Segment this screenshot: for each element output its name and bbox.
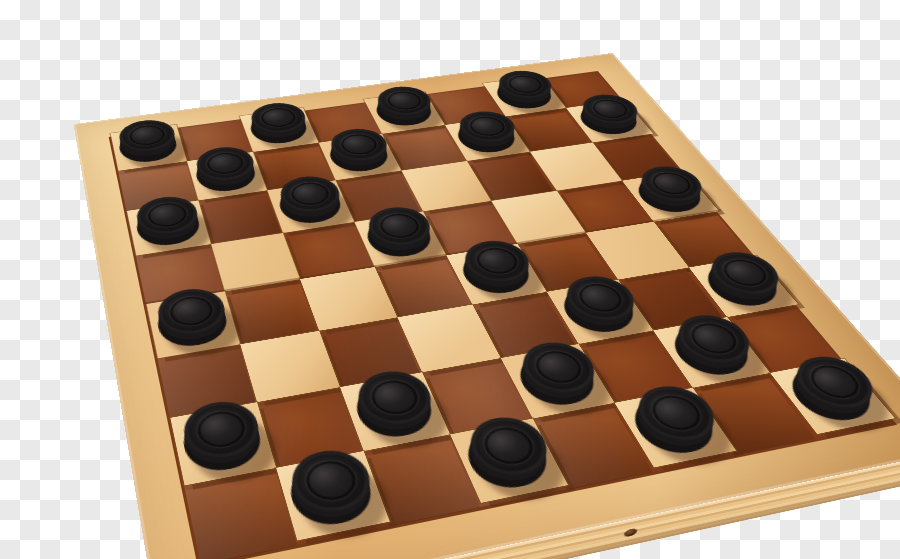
black-piece-e7[interactable] [511, 351, 603, 411]
black-piece-c7[interactable] [350, 379, 439, 442]
black-piece-f6[interactable] [556, 285, 643, 338]
black-piece-b2[interactable] [194, 156, 260, 196]
black-piece-h2[interactable] [573, 103, 644, 138]
clasp-hole [623, 528, 637, 538]
black-piece-f2[interactable] [452, 120, 522, 156]
black-piece-e1[interactable] [371, 95, 436, 129]
black-piece-a5[interactable] [155, 297, 231, 351]
black-piece-a3[interactable] [134, 205, 202, 249]
square-d4[interactable] [354, 211, 447, 267]
screenshot-canvas [0, 0, 900, 559]
square-b2[interactable] [186, 152, 267, 201]
black-piece-e5[interactable] [455, 249, 536, 298]
board-grid [109, 71, 898, 559]
black-piece-b8[interactable] [286, 458, 379, 531]
black-piece-a1[interactable] [117, 129, 179, 166]
black-piece-a7[interactable] [180, 410, 265, 477]
square-a7[interactable] [170, 402, 275, 485]
black-piece-d2[interactable] [326, 138, 394, 176]
checkers-board [74, 53, 900, 559]
square-b6[interactable] [239, 330, 340, 402]
square-a3[interactable] [127, 200, 211, 255]
black-piece-c1[interactable] [247, 112, 311, 148]
board-scene [168, 0, 724, 538]
black-piece-f8[interactable] [625, 394, 725, 459]
black-piece-d4[interactable] [362, 216, 437, 262]
square-a1[interactable] [111, 125, 187, 171]
square-h8[interactable] [769, 358, 895, 434]
black-piece-c3[interactable] [275, 185, 345, 227]
black-piece-g1[interactable] [490, 79, 557, 112]
black-piece-d8[interactable] [460, 425, 557, 494]
black-piece-h4[interactable] [630, 175, 709, 217]
